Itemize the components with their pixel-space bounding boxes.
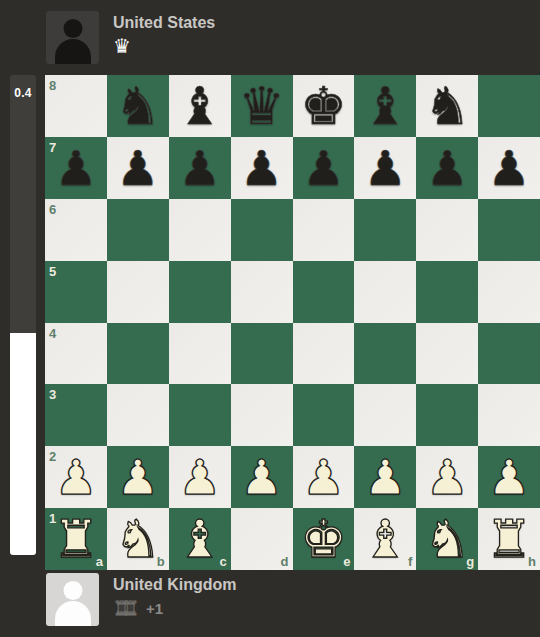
square-h6[interactable] [478, 199, 540, 261]
avatar-bottom[interactable] [46, 573, 99, 626]
player-top-captured: ♛ [113, 35, 215, 57]
square-f1[interactable]: f♝ [354, 508, 416, 570]
piece-black-pawn: ♟ [478, 137, 540, 199]
square-e6[interactable] [293, 199, 355, 261]
square-g6[interactable] [416, 199, 478, 261]
square-f3[interactable] [354, 384, 416, 446]
square-e8[interactable]: ♚ [293, 75, 355, 137]
piece-black-pawn: ♟ [231, 137, 293, 199]
square-h8[interactable] [478, 75, 540, 137]
player-bottom-name: United Kingdom [113, 575, 237, 594]
square-g5[interactable] [416, 261, 478, 323]
square-h7[interactable]: ♟ [478, 137, 540, 199]
piece-black-pawn: ♟ [45, 137, 107, 199]
rank-label-3: 3 [49, 388, 56, 401]
square-b3[interactable] [107, 384, 169, 446]
square-f2[interactable]: ♟ [354, 446, 416, 508]
square-e2[interactable]: ♟ [293, 446, 355, 508]
square-g2[interactable]: ♟ [416, 446, 478, 508]
square-d6[interactable] [231, 199, 293, 261]
piece-black-king: ♚ [293, 75, 355, 137]
square-a3[interactable]: 3 [45, 384, 107, 446]
square-e3[interactable] [293, 384, 355, 446]
square-c4[interactable] [169, 323, 231, 385]
square-d4[interactable] [231, 323, 293, 385]
square-a4[interactable]: 4 [45, 323, 107, 385]
file-label-d: d [281, 555, 289, 568]
piece-black-bishop: ♝ [354, 75, 416, 137]
avatar-silhouette-icon [63, 19, 82, 38]
captured-black-rook-icon: ♜ [122, 599, 139, 618]
square-c8[interactable]: ♝ [169, 75, 231, 137]
square-g7[interactable]: ♟ [416, 137, 478, 199]
piece-white-pawn: ♟ [107, 446, 169, 508]
square-d1[interactable]: d [231, 508, 293, 570]
square-b7[interactable]: ♟ [107, 137, 169, 199]
rank-label-5: 5 [49, 265, 56, 278]
eval-bar: 0.4 [10, 75, 36, 555]
square-f6[interactable] [354, 199, 416, 261]
player-bottom-captured: ♜ ♜ +1 [113, 597, 237, 619]
piece-white-knight: ♞ [416, 508, 478, 570]
piece-white-pawn: ♟ [231, 446, 293, 508]
piece-white-bishop: ♝ [354, 508, 416, 570]
piece-black-queen: ♛ [231, 75, 293, 137]
square-h3[interactable] [478, 384, 540, 446]
square-h5[interactable] [478, 261, 540, 323]
piece-black-bishop: ♝ [169, 75, 231, 137]
square-f7[interactable]: ♟ [354, 137, 416, 199]
piece-black-pawn: ♟ [107, 137, 169, 199]
eval-bar-white-fill [10, 333, 36, 555]
rank-label-4: 4 [49, 327, 56, 340]
rank-label-8: 8 [49, 79, 56, 92]
square-e7[interactable]: ♟ [293, 137, 355, 199]
square-c3[interactable] [169, 384, 231, 446]
square-e4[interactable] [293, 323, 355, 385]
avatar-silhouette-icon [63, 581, 82, 600]
piece-black-pawn: ♟ [416, 137, 478, 199]
piece-white-pawn: ♟ [478, 446, 540, 508]
square-d2[interactable]: ♟ [231, 446, 293, 508]
piece-black-knight: ♞ [416, 75, 478, 137]
square-d5[interactable] [231, 261, 293, 323]
square-a7[interactable]: 7♟ [45, 137, 107, 199]
eval-score-label: 0.4 [10, 86, 36, 100]
square-b4[interactable] [107, 323, 169, 385]
piece-white-pawn: ♟ [293, 446, 355, 508]
player-top: United States ♛ [46, 11, 215, 64]
piece-white-rook: ♜ [45, 508, 107, 570]
square-e5[interactable] [293, 261, 355, 323]
square-h4[interactable] [478, 323, 540, 385]
square-g1[interactable]: g♞ [416, 508, 478, 570]
square-b1[interactable]: b♞ [107, 508, 169, 570]
square-c1[interactable]: c♝ [169, 508, 231, 570]
square-b6[interactable] [107, 199, 169, 261]
piece-white-pawn: ♟ [169, 446, 231, 508]
square-a2[interactable]: 2♟ [45, 446, 107, 508]
piece-white-king: ♚ [293, 508, 355, 570]
piece-black-pawn: ♟ [169, 137, 231, 199]
square-a8[interactable]: 8 [45, 75, 107, 137]
square-g8[interactable]: ♞ [416, 75, 478, 137]
piece-white-knight: ♞ [107, 508, 169, 570]
piece-black-knight: ♞ [107, 75, 169, 137]
square-c6[interactable] [169, 199, 231, 261]
piece-white-pawn: ♟ [45, 446, 107, 508]
player-top-name: United States [113, 13, 215, 32]
piece-black-pawn: ♟ [293, 137, 355, 199]
piece-black-pawn: ♟ [354, 137, 416, 199]
player-bottom: United Kingdom ♜ ♜ +1 [46, 573, 237, 626]
square-b5[interactable] [107, 261, 169, 323]
square-f5[interactable] [354, 261, 416, 323]
piece-white-pawn: ♟ [354, 446, 416, 508]
piece-white-rook: ♜ [478, 508, 540, 570]
square-a6[interactable]: 6 [45, 199, 107, 261]
player-bottom-material-label: +1 [146, 600, 163, 617]
square-g4[interactable] [416, 323, 478, 385]
square-d8[interactable]: ♛ [231, 75, 293, 137]
captured-white-queen-icon: ♛ [113, 36, 131, 56]
piece-white-pawn: ♟ [416, 446, 478, 508]
square-c2[interactable]: ♟ [169, 446, 231, 508]
piece-white-bishop: ♝ [169, 508, 231, 570]
square-h2[interactable]: ♟ [478, 446, 540, 508]
avatar-top[interactable] [46, 11, 99, 64]
square-a5[interactable]: 5 [45, 261, 107, 323]
square-f8[interactable]: ♝ [354, 75, 416, 137]
square-b8[interactable]: ♞ [107, 75, 169, 137]
square-c7[interactable]: ♟ [169, 137, 231, 199]
chess-board: 8♞♝♛♚♝♞7♟♟♟♟♟♟♟♟65432♟♟♟♟♟♟♟♟1a♜b♞c♝de♚f… [45, 75, 540, 570]
square-c5[interactable] [169, 261, 231, 323]
square-e1[interactable]: e♚ [293, 508, 355, 570]
square-g3[interactable] [416, 384, 478, 446]
square-d7[interactable]: ♟ [231, 137, 293, 199]
rank-label-6: 6 [49, 203, 56, 216]
square-b2[interactable]: ♟ [107, 446, 169, 508]
square-f4[interactable] [354, 323, 416, 385]
square-d3[interactable] [231, 384, 293, 446]
square-a1[interactable]: 1a♜ [45, 508, 107, 570]
square-h1[interactable]: h♜ [478, 508, 540, 570]
